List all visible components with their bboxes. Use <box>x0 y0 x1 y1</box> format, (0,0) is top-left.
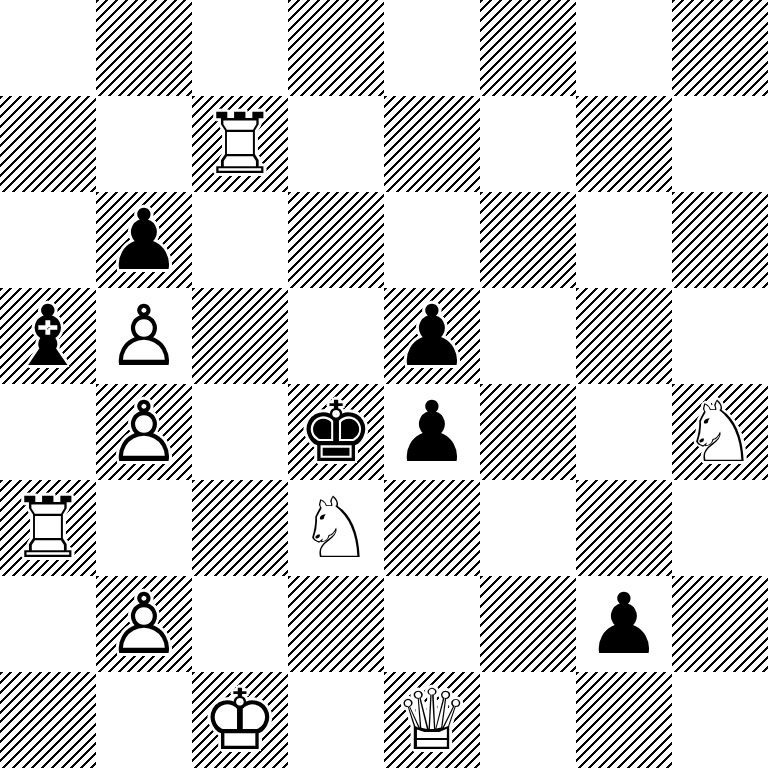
square-d1[interactable] <box>288 672 384 768</box>
square-g6[interactable] <box>576 192 672 288</box>
square-e3[interactable] <box>384 480 480 576</box>
square-c2[interactable] <box>192 576 288 672</box>
square-b6[interactable]: ♟ <box>96 192 192 288</box>
piece-outline-layer: ♔ <box>192 672 288 768</box>
piece-outline-layer: ♙ <box>96 384 192 480</box>
square-d6[interactable] <box>288 192 384 288</box>
piece-fill-layer: ♝ <box>0 288 96 384</box>
square-d5[interactable] <box>288 288 384 384</box>
square-e1[interactable]: ♛♕ <box>384 672 480 768</box>
square-g8[interactable] <box>576 0 672 96</box>
square-g2[interactable]: ♟ <box>576 576 672 672</box>
piece-white-rook-a3: ♜♖ <box>0 480 96 576</box>
piece-outline-layer: ♖ <box>192 96 288 192</box>
piece-fill-layer: ♟ <box>384 384 480 480</box>
piece-outline-layer: ♙ <box>96 288 192 384</box>
square-f8[interactable] <box>480 0 576 96</box>
square-f6[interactable] <box>480 192 576 288</box>
piece-white-pawn-b2: ♟♙ <box>96 576 192 672</box>
square-d3[interactable]: ♞♘ <box>288 480 384 576</box>
square-e8[interactable] <box>384 0 480 96</box>
square-h6[interactable] <box>672 192 768 288</box>
square-b2[interactable]: ♟♙ <box>96 576 192 672</box>
square-a4[interactable] <box>0 384 96 480</box>
piece-white-pawn-b5: ♟♙ <box>96 288 192 384</box>
square-a3[interactable]: ♜♖ <box>0 480 96 576</box>
square-c8[interactable] <box>192 0 288 96</box>
piece-white-queen-e1: ♛♕ <box>384 672 480 768</box>
piece-black-king-d4: ♚ <box>288 384 384 480</box>
square-a6[interactable] <box>0 192 96 288</box>
square-c1[interactable]: ♚♔ <box>192 672 288 768</box>
piece-black-pawn-e5: ♟ <box>384 288 480 384</box>
square-e4[interactable]: ♟ <box>384 384 480 480</box>
piece-white-knight-d3: ♞♘ <box>288 480 384 576</box>
square-a2[interactable] <box>0 576 96 672</box>
piece-white-king-c1: ♚♔ <box>192 672 288 768</box>
piece-outline-layer: ♘ <box>672 384 768 480</box>
piece-black-pawn-b6: ♟ <box>96 192 192 288</box>
piece-black-pawn-e4: ♟ <box>384 384 480 480</box>
square-g7[interactable] <box>576 96 672 192</box>
square-b5[interactable]: ♟♙ <box>96 288 192 384</box>
piece-fill-layer: ♟ <box>384 288 480 384</box>
square-c6[interactable] <box>192 192 288 288</box>
piece-outline-layer: ♖ <box>0 480 96 576</box>
square-g4[interactable] <box>576 384 672 480</box>
square-e6[interactable] <box>384 192 480 288</box>
square-b7[interactable] <box>96 96 192 192</box>
chess-board: ♜♖♟♝♟♙♟♟♙♚♟♞♘♜♖♞♘♟♙♟♚♔♛♕ <box>0 0 768 768</box>
square-a7[interactable] <box>0 96 96 192</box>
square-h3[interactable] <box>672 480 768 576</box>
square-c4[interactable] <box>192 384 288 480</box>
piece-white-pawn-b4: ♟♙ <box>96 384 192 480</box>
square-g5[interactable] <box>576 288 672 384</box>
piece-outline-layer: ♙ <box>96 576 192 672</box>
square-f7[interactable] <box>480 96 576 192</box>
square-e5[interactable]: ♟ <box>384 288 480 384</box>
square-e7[interactable] <box>384 96 480 192</box>
square-h4[interactable]: ♞♘ <box>672 384 768 480</box>
piece-outline-layer: ♕ <box>384 672 480 768</box>
square-f3[interactable] <box>480 480 576 576</box>
square-h7[interactable] <box>672 96 768 192</box>
piece-fill-layer: ♚ <box>288 384 384 480</box>
piece-white-knight-h4: ♞♘ <box>672 384 768 480</box>
square-h2[interactable] <box>672 576 768 672</box>
square-c3[interactable] <box>192 480 288 576</box>
square-g3[interactable] <box>576 480 672 576</box>
square-c7[interactable]: ♜♖ <box>192 96 288 192</box>
square-b3[interactable] <box>96 480 192 576</box>
square-f4[interactable] <box>480 384 576 480</box>
square-a8[interactable] <box>0 0 96 96</box>
piece-fill-layer: ♟ <box>576 576 672 672</box>
square-f2[interactable] <box>480 576 576 672</box>
square-h5[interactable] <box>672 288 768 384</box>
square-b1[interactable] <box>96 672 192 768</box>
square-b4[interactable]: ♟♙ <box>96 384 192 480</box>
square-d4[interactable]: ♚ <box>288 384 384 480</box>
piece-white-rook-c7: ♜♖ <box>192 96 288 192</box>
square-f5[interactable] <box>480 288 576 384</box>
square-d8[interactable] <box>288 0 384 96</box>
piece-fill-layer: ♟ <box>96 192 192 288</box>
square-g1[interactable] <box>576 672 672 768</box>
piece-black-pawn-g2: ♟ <box>576 576 672 672</box>
square-h8[interactable] <box>672 0 768 96</box>
square-a5[interactable]: ♝ <box>0 288 96 384</box>
square-d2[interactable] <box>288 576 384 672</box>
square-f1[interactable] <box>480 672 576 768</box>
square-d7[interactable] <box>288 96 384 192</box>
square-b8[interactable] <box>96 0 192 96</box>
square-c5[interactable] <box>192 288 288 384</box>
square-a1[interactable] <box>0 672 96 768</box>
piece-outline-layer: ♘ <box>288 480 384 576</box>
piece-black-bishop-a5: ♝ <box>0 288 96 384</box>
square-h1[interactable] <box>672 672 768 768</box>
square-e2[interactable] <box>384 576 480 672</box>
